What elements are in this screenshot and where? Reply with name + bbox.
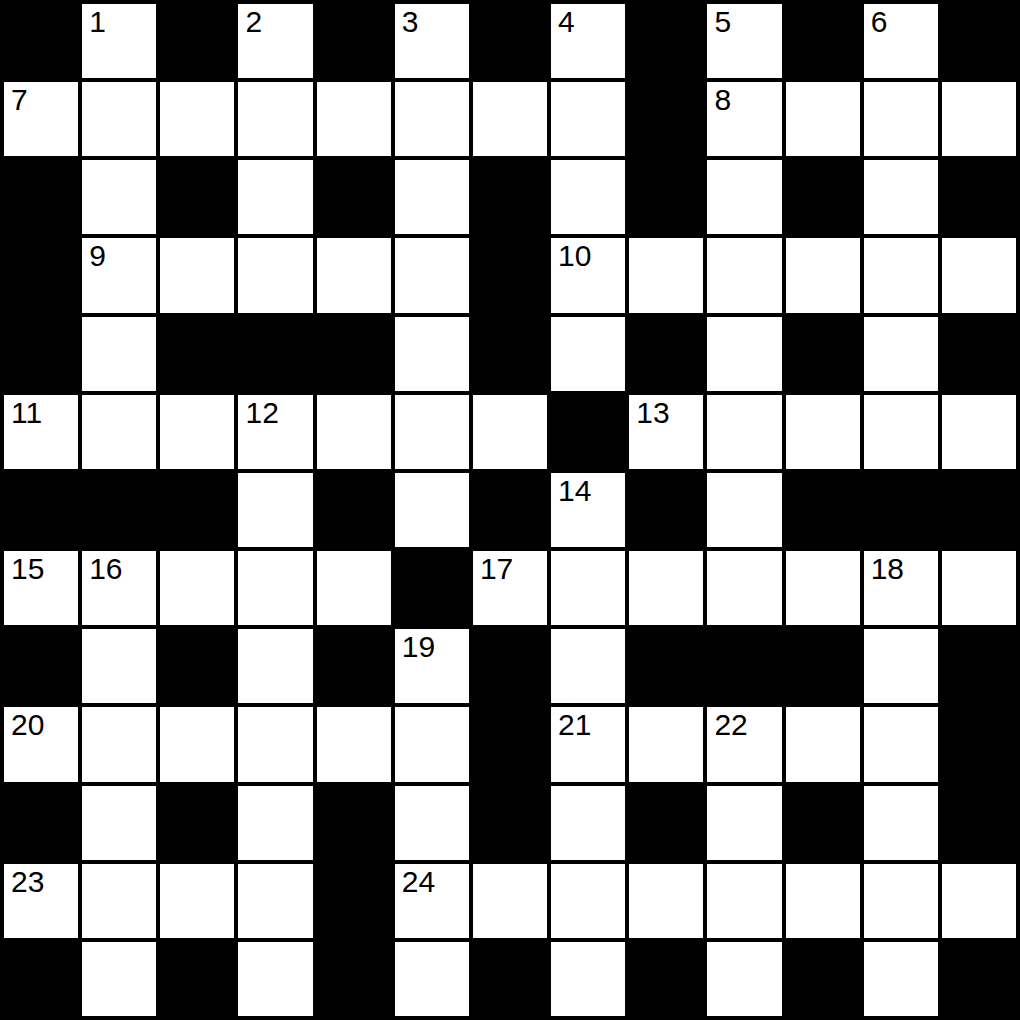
white-cell-r11c4[interactable] [238, 786, 312, 860]
white-cell-r7c4[interactable] [238, 473, 312, 547]
white-cell-r13c4[interactable] [238, 942, 312, 1016]
black-cell-r3c3 [160, 160, 234, 234]
white-cell-r10c1[interactable]: 20 [4, 707, 78, 781]
clue-number-1: 1 [89, 6, 106, 38]
white-cell-r9c8[interactable] [551, 629, 625, 703]
white-cell-r4c4[interactable] [238, 238, 312, 312]
white-cell-r12c4[interactable] [238, 864, 312, 938]
clue-number-21: 21 [558, 709, 591, 741]
black-cell-r3c1 [4, 160, 78, 234]
black-cell-r11c7 [473, 786, 547, 860]
black-cell-r7c1 [4, 473, 78, 547]
white-cell-r4c10[interactable] [707, 238, 781, 312]
white-cell-r8c11[interactable] [786, 551, 860, 625]
clue-number-23: 23 [11, 866, 44, 898]
white-cell-r6c3[interactable] [160, 395, 234, 469]
black-cell-r5c9 [629, 317, 703, 391]
black-cell-r12c5 [317, 864, 391, 938]
black-cell-r3c11 [786, 160, 860, 234]
white-cell-r12c6[interactable]: 24 [395, 864, 469, 938]
white-cell-r4c13[interactable] [942, 238, 1016, 312]
white-cell-r10c11[interactable] [786, 707, 860, 781]
clue-number-19: 19 [402, 631, 435, 663]
black-cell-r7c2 [82, 473, 156, 547]
white-cell-r5c10[interactable] [707, 317, 781, 391]
white-cell-r11c10[interactable] [707, 786, 781, 860]
black-cell-r11c1 [4, 786, 78, 860]
black-cell-r4c7 [473, 238, 547, 312]
white-cell-r13c12[interactable] [864, 942, 938, 1016]
black-cell-r3c7 [473, 160, 547, 234]
white-cell-r6c4[interactable]: 12 [238, 395, 312, 469]
white-cell-r6c6[interactable] [395, 395, 469, 469]
black-cell-r11c13 [942, 786, 1016, 860]
white-cell-r6c12[interactable] [864, 395, 938, 469]
white-cell-r7c6[interactable] [395, 473, 469, 547]
white-cell-r11c8[interactable] [551, 786, 625, 860]
black-cell-r7c12 [864, 473, 938, 547]
clue-number-8: 8 [714, 84, 731, 116]
white-cell-r8c7[interactable]: 17 [473, 551, 547, 625]
clue-number-5: 5 [714, 6, 731, 38]
white-cell-r12c8[interactable] [551, 864, 625, 938]
white-cell-r10c9[interactable] [629, 707, 703, 781]
white-cell-r1c8[interactable]: 4 [551, 4, 625, 78]
black-cell-r5c3 [160, 317, 234, 391]
black-cell-r13c7 [473, 942, 547, 1016]
white-cell-r13c10[interactable] [707, 942, 781, 1016]
black-cell-r5c13 [942, 317, 1016, 391]
white-cell-r2c13[interactable] [942, 82, 1016, 156]
white-cell-r11c6[interactable] [395, 786, 469, 860]
black-cell-r7c7 [473, 473, 547, 547]
white-cell-r5c12[interactable] [864, 317, 938, 391]
white-cell-r7c10[interactable] [707, 473, 781, 547]
black-cell-r3c13 [942, 160, 1016, 234]
white-cell-r9c12[interactable] [864, 629, 938, 703]
black-cell-r5c7 [473, 317, 547, 391]
white-cell-r3c12[interactable] [864, 160, 938, 234]
white-cell-r9c4[interactable] [238, 629, 312, 703]
white-cell-r10c4[interactable] [238, 707, 312, 781]
black-cell-r13c11 [786, 942, 860, 1016]
white-cell-r5c8[interactable] [551, 317, 625, 391]
white-cell-r5c6[interactable] [395, 317, 469, 391]
white-cell-r12c13[interactable] [942, 864, 1016, 938]
black-cell-r13c13 [942, 942, 1016, 1016]
white-cell-r8c12[interactable]: 18 [864, 551, 938, 625]
black-cell-r13c1 [4, 942, 78, 1016]
black-cell-r6c8 [551, 395, 625, 469]
white-cell-r2c10[interactable]: 8 [707, 82, 781, 156]
white-cell-r2c7[interactable] [473, 82, 547, 156]
white-cell-r7c8[interactable]: 14 [551, 473, 625, 547]
white-cell-r2c8[interactable] [551, 82, 625, 156]
black-cell-r5c4 [238, 317, 312, 391]
black-cell-r9c11 [786, 629, 860, 703]
white-cell-r12c10[interactable] [707, 864, 781, 938]
white-cell-r2c11[interactable] [786, 82, 860, 156]
white-cell-r13c6[interactable] [395, 942, 469, 1016]
white-cell-r4c5[interactable] [317, 238, 391, 312]
white-cell-r8c5[interactable] [317, 551, 391, 625]
black-cell-r7c11 [786, 473, 860, 547]
black-cell-r1c5 [317, 4, 391, 78]
black-cell-r9c1 [4, 629, 78, 703]
black-cell-r2c9 [629, 82, 703, 156]
white-cell-r10c10[interactable]: 22 [707, 707, 781, 781]
white-cell-r12c3[interactable] [160, 864, 234, 938]
white-cell-r6c11[interactable] [786, 395, 860, 469]
clue-number-7: 7 [11, 84, 28, 116]
black-cell-r3c9 [629, 160, 703, 234]
black-cell-r5c5 [317, 317, 391, 391]
black-cell-r3c5 [317, 160, 391, 234]
white-cell-r10c3[interactable] [160, 707, 234, 781]
white-cell-r3c10[interactable] [707, 160, 781, 234]
black-cell-r5c11 [786, 317, 860, 391]
black-cell-r5c1 [4, 317, 78, 391]
white-cell-r8c4[interactable] [238, 551, 312, 625]
white-cell-r6c10[interactable] [707, 395, 781, 469]
black-cell-r9c5 [317, 629, 391, 703]
white-cell-r11c12[interactable] [864, 786, 938, 860]
white-cell-r6c13[interactable] [942, 395, 1016, 469]
black-cell-r1c9 [629, 4, 703, 78]
clue-number-22: 22 [714, 709, 747, 741]
clue-number-12: 12 [245, 397, 278, 429]
white-cell-r12c2[interactable] [82, 864, 156, 938]
clue-number-17: 17 [480, 553, 513, 585]
black-cell-r1c7 [473, 4, 547, 78]
black-cell-r13c5 [317, 942, 391, 1016]
white-cell-r8c8[interactable] [551, 551, 625, 625]
black-cell-r4c1 [4, 238, 78, 312]
black-cell-r1c3 [160, 4, 234, 78]
white-cell-r1c6[interactable]: 3 [395, 4, 469, 78]
white-cell-r2c6[interactable] [395, 82, 469, 156]
black-cell-r13c9 [629, 942, 703, 1016]
white-cell-r12c9[interactable] [629, 864, 703, 938]
white-cell-r4c6[interactable] [395, 238, 469, 312]
white-cell-r10c6[interactable] [395, 707, 469, 781]
white-cell-r1c2[interactable]: 1 [82, 4, 156, 78]
black-cell-r9c9 [629, 629, 703, 703]
clue-number-10: 10 [558, 240, 591, 272]
black-cell-r11c9 [629, 786, 703, 860]
white-cell-r6c2[interactable] [82, 395, 156, 469]
black-cell-r10c7 [473, 707, 547, 781]
black-cell-r9c13 [942, 629, 1016, 703]
clue-number-4: 4 [558, 6, 575, 38]
white-cell-r8c1[interactable]: 15 [4, 551, 78, 625]
white-cell-r12c12[interactable] [864, 864, 938, 938]
clue-number-18: 18 [871, 553, 904, 585]
black-cell-r11c3 [160, 786, 234, 860]
white-cell-r8c3[interactable] [160, 551, 234, 625]
white-cell-r3c2[interactable] [82, 160, 156, 234]
black-cell-r8c6 [395, 551, 469, 625]
black-cell-r7c13 [942, 473, 1016, 547]
white-cell-r12c11[interactable] [786, 864, 860, 938]
white-cell-r4c9[interactable] [629, 238, 703, 312]
black-cell-r11c5 [317, 786, 391, 860]
white-cell-r4c8[interactable]: 10 [551, 238, 625, 312]
white-cell-r10c8[interactable]: 21 [551, 707, 625, 781]
white-cell-r13c2[interactable] [82, 942, 156, 1016]
clue-number-2: 2 [245, 6, 262, 38]
black-cell-r11c11 [786, 786, 860, 860]
white-cell-r4c2[interactable]: 9 [82, 238, 156, 312]
clue-number-16: 16 [89, 553, 122, 585]
white-cell-r1c12[interactable]: 6 [864, 4, 938, 78]
white-cell-r8c2[interactable]: 16 [82, 551, 156, 625]
black-cell-r7c3 [160, 473, 234, 547]
clue-number-3: 3 [402, 6, 419, 38]
black-cell-r9c3 [160, 629, 234, 703]
black-cell-r1c1 [4, 4, 78, 78]
clue-number-13: 13 [636, 397, 669, 429]
white-cell-r2c1[interactable]: 7 [4, 82, 78, 156]
white-cell-r4c12[interactable] [864, 238, 938, 312]
black-cell-r1c11 [786, 4, 860, 78]
white-cell-r8c13[interactable] [942, 551, 1016, 625]
white-cell-r6c9[interactable]: 13 [629, 395, 703, 469]
white-cell-r10c5[interactable] [317, 707, 391, 781]
clue-number-9: 9 [89, 240, 106, 272]
white-cell-r2c5[interactable] [317, 82, 391, 156]
white-cell-r3c8[interactable] [551, 160, 625, 234]
white-cell-r4c3[interactable] [160, 238, 234, 312]
clue-number-6: 6 [871, 6, 888, 38]
white-cell-r2c2[interactable] [82, 82, 156, 156]
white-cell-r8c9[interactable] [629, 551, 703, 625]
white-cell-r1c10[interactable]: 5 [707, 4, 781, 78]
white-cell-r10c2[interactable] [82, 707, 156, 781]
black-cell-r9c10 [707, 629, 781, 703]
white-cell-r5c2[interactable] [82, 317, 156, 391]
white-cell-r3c4[interactable] [238, 160, 312, 234]
clue-number-24: 24 [402, 866, 435, 898]
clue-number-20: 20 [11, 709, 44, 741]
white-cell-r6c5[interactable] [317, 395, 391, 469]
white-cell-r2c3[interactable] [160, 82, 234, 156]
black-cell-r13c3 [160, 942, 234, 1016]
crossword-grid: 123456789101112131415161718192021222324 [0, 0, 1020, 1020]
white-cell-r6c1[interactable]: 11 [4, 395, 78, 469]
clue-number-15: 15 [11, 553, 44, 585]
white-cell-r12c1[interactable]: 23 [4, 864, 78, 938]
white-cell-r1c4[interactable]: 2 [238, 4, 312, 78]
white-cell-r10c12[interactable] [864, 707, 938, 781]
white-cell-r2c4[interactable] [238, 82, 312, 156]
black-cell-r9c7 [473, 629, 547, 703]
white-cell-r4c11[interactable] [786, 238, 860, 312]
black-cell-r1c13 [942, 4, 1016, 78]
black-cell-r7c5 [317, 473, 391, 547]
black-cell-r7c9 [629, 473, 703, 547]
clue-number-11: 11 [11, 397, 42, 429]
clue-number-14: 14 [558, 475, 591, 507]
white-cell-r3c6[interactable] [395, 160, 469, 234]
white-cell-r9c2[interactable] [82, 629, 156, 703]
white-cell-r11c2[interactable] [82, 786, 156, 860]
black-cell-r10c13 [942, 707, 1016, 781]
white-cell-r8c10[interactable] [707, 551, 781, 625]
white-cell-r2c12[interactable] [864, 82, 938, 156]
white-cell-r6c7[interactable] [473, 395, 547, 469]
white-cell-r12c7[interactable] [473, 864, 547, 938]
white-cell-r9c6[interactable]: 19 [395, 629, 469, 703]
white-cell-r13c8[interactable] [551, 942, 625, 1016]
